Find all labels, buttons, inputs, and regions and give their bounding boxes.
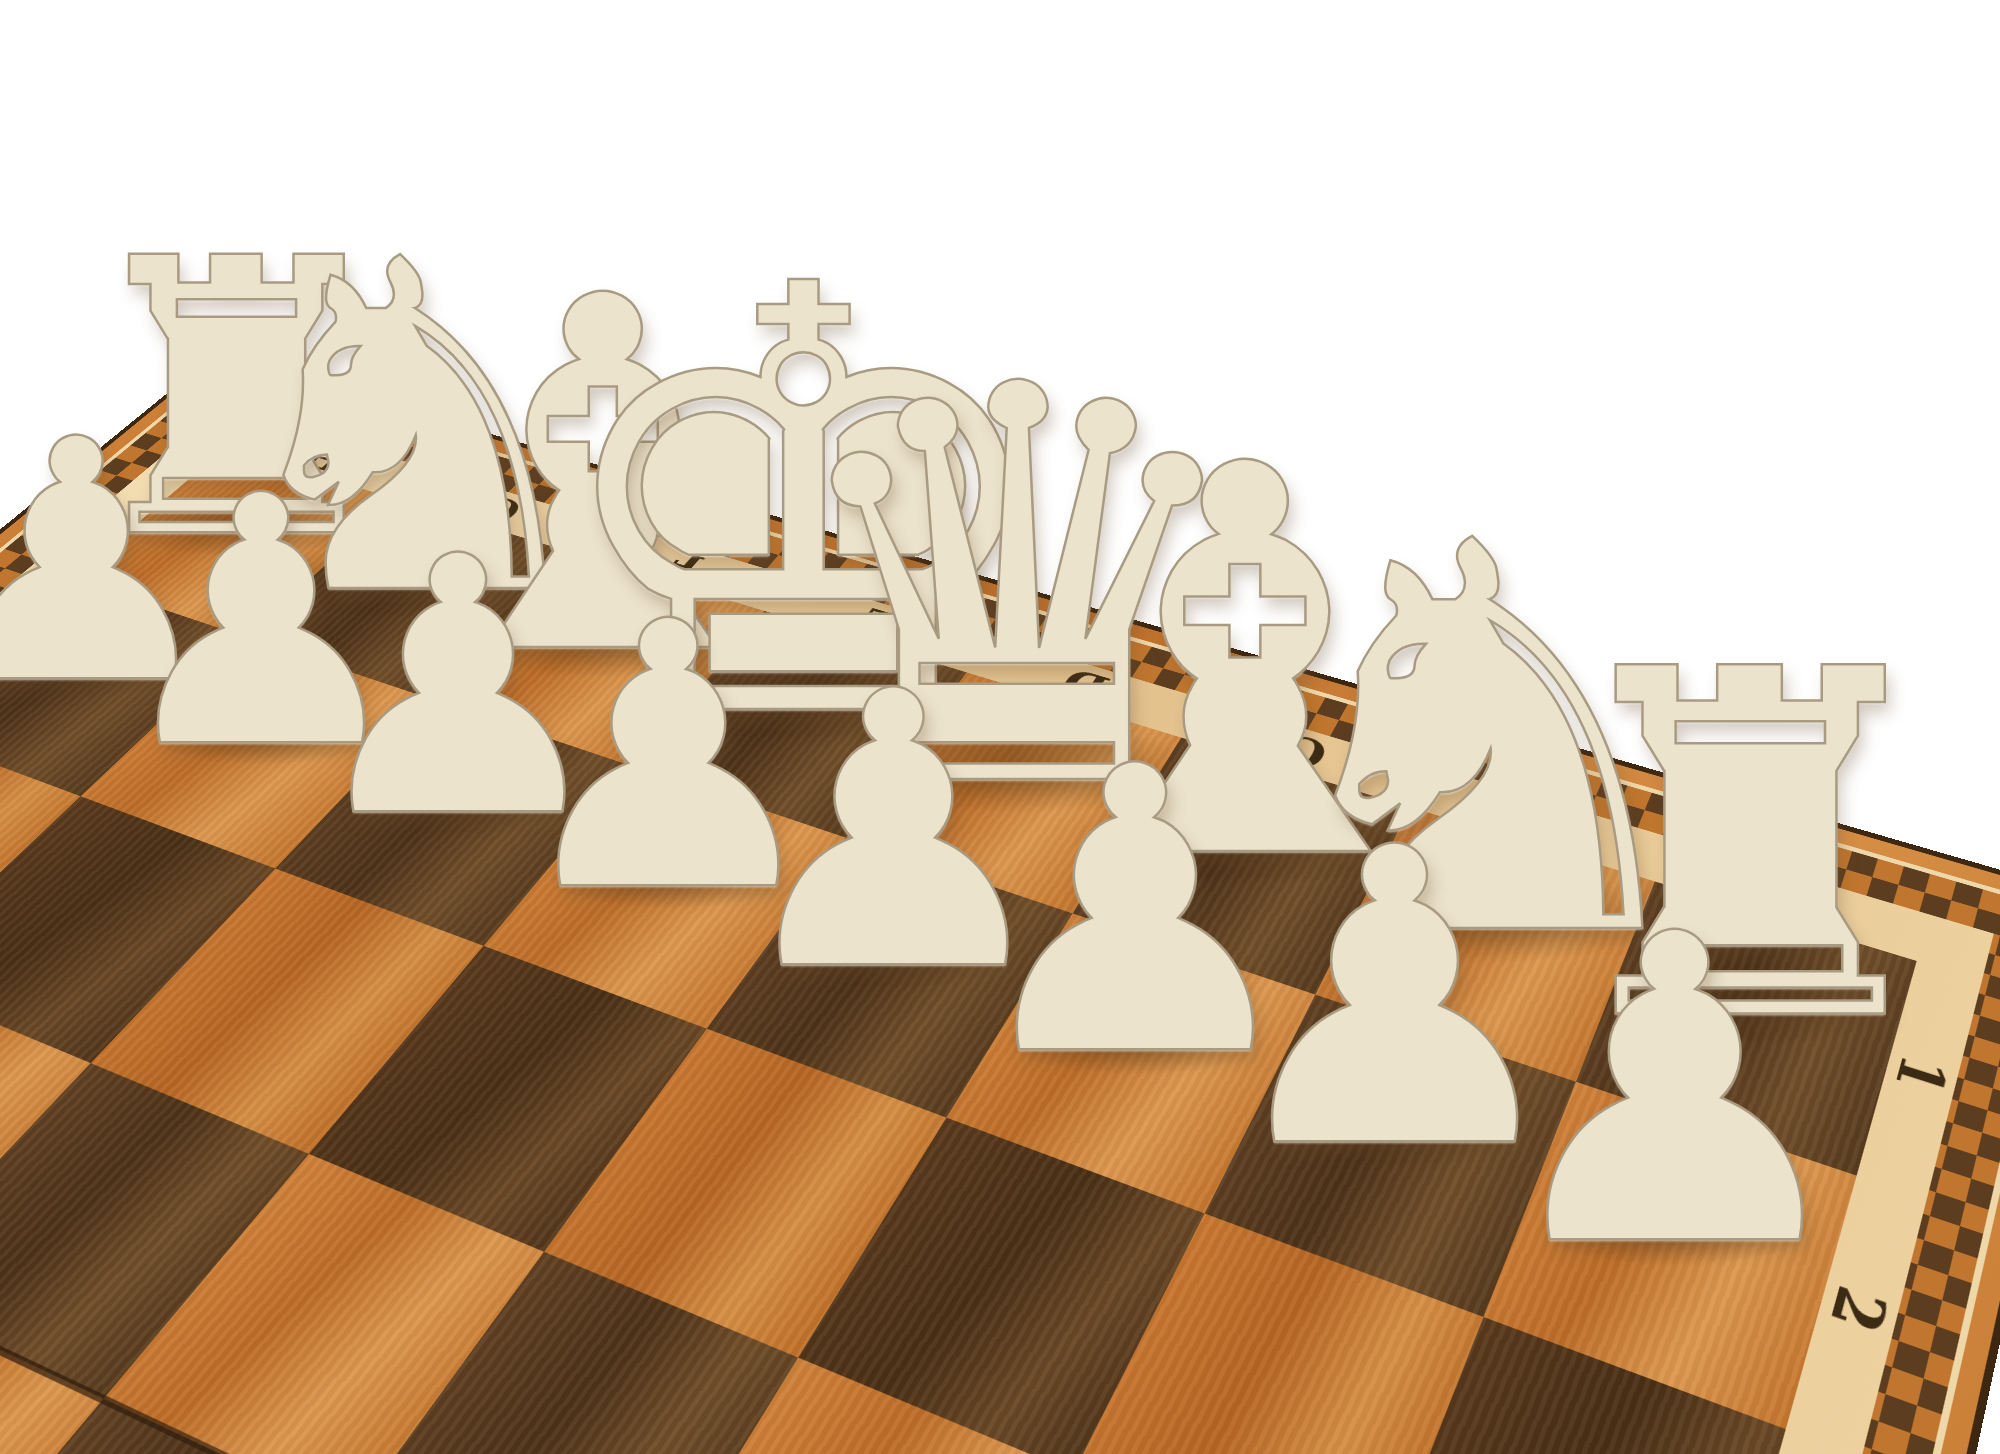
piece-white-pawn-a2[interactable]: ♟: [1484, 879, 1867, 1304]
product-photo-scene: HGFEDCBA12345678 ♜♞♝♟♚♟♛♟♝♟♞♟♜♟♟♟: [0, 0, 2000, 1454]
